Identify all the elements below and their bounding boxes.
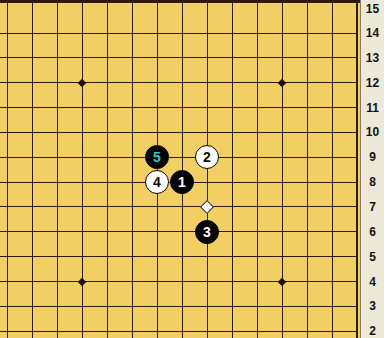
row-coordinate-label: 10	[361, 124, 384, 140]
row-coordinate-label: 13	[361, 50, 384, 66]
grid-line-v-14	[332, 0, 333, 338]
move-number: 4	[153, 175, 161, 189]
row-coordinate-label: 5	[361, 249, 384, 265]
move-number: 5	[153, 150, 161, 164]
row-coordinate-label: 3	[361, 298, 384, 314]
diamond-marker[interactable]	[200, 200, 214, 214]
grid-line-v-6	[132, 0, 133, 338]
row-coordinate-label: 11	[361, 100, 384, 116]
grid-line-h-3	[0, 306, 357, 307]
grid-line-v-2	[32, 0, 33, 338]
row-coordinate-label: 4	[361, 274, 384, 290]
grid-line-v-5	[107, 0, 108, 338]
grid-line-h-2	[0, 331, 357, 332]
go-diagram: 12345 15141312111098765432	[0, 0, 384, 338]
grid-line-v-8	[182, 0, 183, 338]
row-coordinate-label: 9	[361, 149, 384, 165]
stone-white-2[interactable]: 2	[195, 145, 219, 169]
stone-white-4[interactable]: 4	[145, 170, 169, 194]
row-coordinate-label: 14	[361, 25, 384, 41]
star-point-icon	[78, 277, 86, 285]
star-point-icon	[278, 78, 286, 86]
star-point-icon	[78, 78, 86, 86]
row-coordinate-label: 2	[361, 323, 384, 338]
grid-line-h-13	[0, 57, 357, 58]
grid-line-h-4	[0, 281, 357, 282]
grid-line-h-9	[0, 157, 357, 158]
grid-line-h-10	[0, 132, 357, 133]
stone-black-3[interactable]: 3	[195, 220, 219, 244]
star-point-icon	[278, 277, 286, 285]
grid-line-h-5	[0, 256, 357, 257]
row-coordinate-label: 15	[361, 1, 384, 17]
coordinate-strip: 15141312111098765432	[361, 0, 384, 338]
grid-line-v-1	[7, 0, 8, 338]
grid-line-h-12	[0, 82, 357, 83]
row-coordinate-label: 12	[361, 75, 384, 91]
grid-line-v-11	[257, 0, 258, 338]
grid-line-v-10	[232, 0, 233, 338]
grid-line-v-4	[82, 0, 83, 338]
grid-line-v-15	[356, 0, 358, 338]
grid-line-h-6	[0, 231, 357, 232]
grid-line-v-12	[282, 0, 283, 338]
grid-line-h-top-edge	[0, 0, 360, 3]
move-number: 3	[203, 225, 211, 239]
row-coordinate-label: 7	[361, 199, 384, 215]
row-coordinate-label: 8	[361, 174, 384, 190]
move-number: 1	[178, 175, 186, 189]
move-number: 2	[203, 150, 211, 164]
stone-black-1[interactable]: 1	[170, 170, 194, 194]
grid-line-h-14	[0, 33, 357, 34]
row-coordinate-label: 6	[361, 224, 384, 240]
grid-line-h-11	[0, 107, 357, 108]
go-board[interactable]: 12345	[0, 0, 360, 338]
grid-line-h-7	[0, 206, 357, 207]
grid-line-v-3	[57, 0, 58, 338]
grid-line-v-13	[307, 0, 308, 338]
stone-black-5[interactable]: 5	[145, 145, 169, 169]
